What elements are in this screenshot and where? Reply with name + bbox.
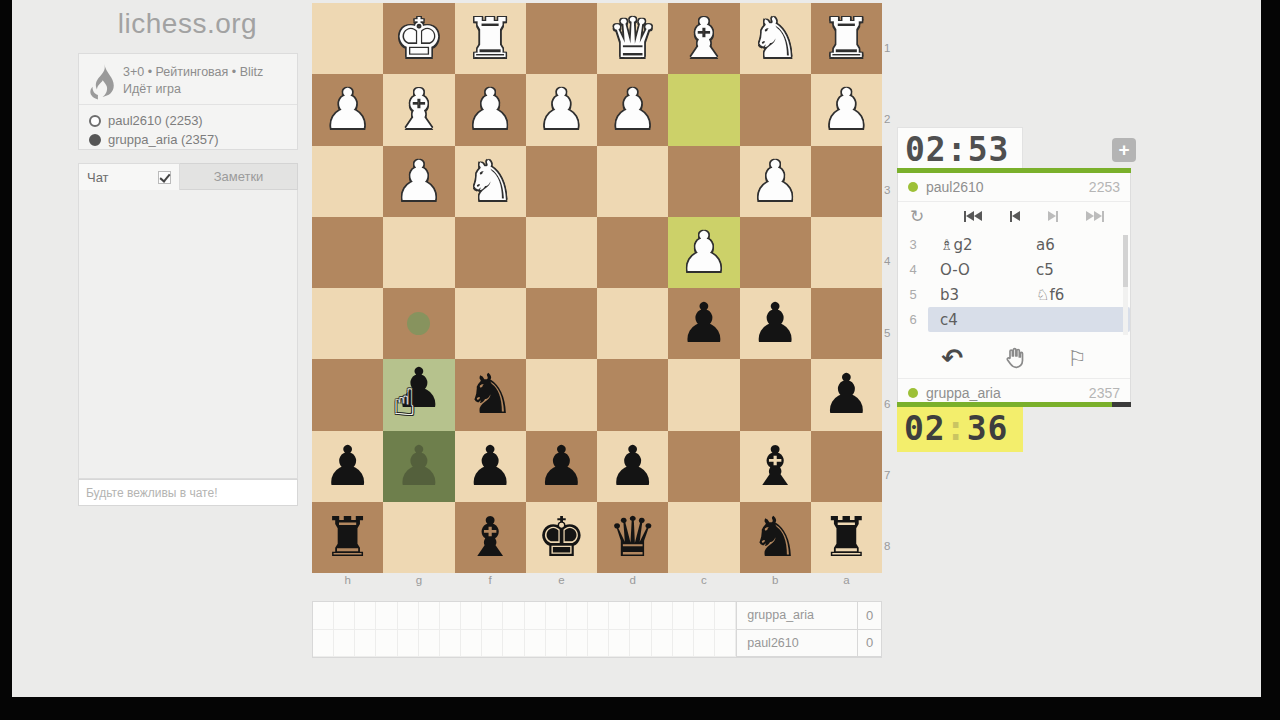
square-c2[interactable] <box>668 74 739 145</box>
score-cell <box>313 630 334 658</box>
move-number: 4 <box>898 262 928 277</box>
white-pawn[interactable]: ♟ <box>811 74 882 145</box>
square-c5[interactable]: ♟ <box>668 288 739 359</box>
square-e6[interactable] <box>526 359 597 430</box>
square-f5[interactable] <box>455 288 526 359</box>
white-knight[interactable]: ♞ <box>455 146 526 217</box>
square-b2[interactable] <box>740 74 811 145</box>
score-cell <box>525 630 546 658</box>
move-row-4: 4O-Oc5 <box>898 257 1130 282</box>
square-g4[interactable] <box>383 217 454 288</box>
sheet-player-white: paul2610 <box>737 630 857 658</box>
rank-label-1: 1 <box>884 24 898 54</box>
square-h2[interactable]: ♟ <box>312 74 383 145</box>
move-black[interactable]: c5 <box>1024 261 1120 279</box>
rank-label-7: 7 <box>884 451 898 481</box>
resign-flag-button[interactable]: ⚐ <box>1067 346 1087 371</box>
next-move-button[interactable] <box>1048 211 1059 222</box>
score-cell <box>355 630 376 658</box>
square-h1[interactable] <box>312 3 383 74</box>
black-rook[interactable]: ♜ <box>312 502 383 573</box>
square-d3[interactable] <box>597 146 668 217</box>
video-letterbox-left <box>0 0 12 720</box>
move-black[interactable]: ♘f6 <box>1024 286 1120 304</box>
white-rook[interactable]: ♜ <box>811 3 882 74</box>
black-pawn[interactable]: ♟ <box>526 431 597 502</box>
square-a8[interactable]: ♜ <box>811 502 882 573</box>
square-b8[interactable]: ♞ <box>740 502 811 573</box>
first-move-button[interactable] <box>964 211 983 222</box>
square-e4[interactable] <box>526 217 597 288</box>
black-knight[interactable]: ♞ <box>455 359 526 430</box>
score-cell <box>673 602 694 630</box>
black-king[interactable]: ♚ <box>526 502 597 573</box>
square-h7[interactable]: ♟ <box>312 431 383 502</box>
square-a4[interactable] <box>811 217 882 288</box>
player-bottom-name: gruppa_aria <box>926 385 1001 401</box>
online-dot-icon <box>908 182 918 192</box>
chess-board[interactable]: ♚♜♛♝♞♜♟♝♟♟♟♟♟♞♟♟♟♟♞♟♟♟♟♟♟♝♜♝♚♛♞♜ <box>312 3 882 573</box>
square-h3[interactable] <box>312 146 383 217</box>
move-white[interactable]: c4 <box>928 311 1024 329</box>
chat-input[interactable] <box>78 479 298 506</box>
square-e5[interactable] <box>526 288 597 359</box>
score-cell <box>482 630 503 658</box>
square-a7[interactable] <box>811 431 882 502</box>
black-bishop[interactable]: ♝ <box>455 502 526 573</box>
score-cell <box>376 602 397 630</box>
move-black[interactable]: a6 <box>1024 236 1120 254</box>
score-cell <box>525 602 546 630</box>
chat-toggle-checkbox[interactable] <box>158 171 171 184</box>
square-c7[interactable] <box>668 431 739 502</box>
square-a6[interactable]: ♟ <box>811 359 882 430</box>
square-e7[interactable]: ♟ <box>526 431 597 502</box>
square-f1[interactable]: ♜ <box>455 3 526 74</box>
rank-label-4: 4 <box>884 237 898 267</box>
square-c1[interactable]: ♝ <box>668 3 739 74</box>
white-pawn[interactable]: ♟ <box>740 146 811 217</box>
tab-notes[interactable]: Заметки <box>180 163 298 190</box>
square-e1[interactable] <box>526 3 597 74</box>
score-cell <box>398 630 419 658</box>
score-cell <box>694 602 715 630</box>
score-cell <box>630 602 651 630</box>
file-label-b: b <box>740 574 811 586</box>
score-cell <box>567 630 588 658</box>
score-cell <box>588 630 609 658</box>
score-cell <box>398 602 419 630</box>
square-g3[interactable]: ♟ <box>383 146 454 217</box>
rank-label-8: 8 <box>884 522 898 552</box>
online-dot-icon <box>908 388 918 398</box>
score-cell <box>588 602 609 630</box>
white-pawn[interactable]: ♟ <box>383 146 454 217</box>
square-g1[interactable]: ♚ <box>383 3 454 74</box>
black-queen[interactable]: ♛ <box>597 502 668 573</box>
score-cell <box>715 630 736 658</box>
square-g6[interactable] <box>383 359 454 430</box>
score-cell <box>334 630 355 658</box>
score-sheet-grid <box>313 602 736 657</box>
square-g8[interactable] <box>383 502 454 573</box>
square-b7[interactable]: ♝ <box>740 431 811 502</box>
square-f7[interactable]: ♟ <box>455 431 526 502</box>
white-bishop[interactable]: ♝ <box>383 74 454 145</box>
square-e3[interactable] <box>526 146 597 217</box>
white-bishop[interactable]: ♝ <box>668 3 739 74</box>
square-h6[interactable] <box>312 359 383 430</box>
square-e8[interactable]: ♚ <box>526 502 597 573</box>
score-cell <box>376 630 397 658</box>
square-b1[interactable]: ♞ <box>740 3 811 74</box>
player-top-rating: 2253 <box>1089 179 1120 195</box>
takeback-button[interactable]: ↶ <box>941 348 963 368</box>
game-mode-text: 3+0 • Рейтинговая • Blitz <box>123 54 297 79</box>
score-cell <box>461 630 482 658</box>
rank-label-6: 6 <box>884 380 898 410</box>
square-f3[interactable]: ♞ <box>455 146 526 217</box>
square-h4[interactable] <box>312 217 383 288</box>
file-label-f: f <box>455 574 526 586</box>
score-cell <box>630 630 651 658</box>
video-letterbox-bottom <box>0 697 1280 720</box>
time-bar-black-empty <box>1112 402 1131 407</box>
sheet-score-black: 0 <box>858 602 881 630</box>
square-g7[interactable]: ♟ <box>383 431 454 502</box>
black-pawn[interactable]: ♟ <box>312 431 383 502</box>
score-cell <box>503 630 524 658</box>
white-pawn[interactable]: ♟ <box>597 74 668 145</box>
black-pawn[interactable]: ♟ <box>597 431 668 502</box>
square-e2[interactable]: ♟ <box>526 74 597 145</box>
score-cell <box>419 602 440 630</box>
square-h5[interactable] <box>312 288 383 359</box>
white-pawn[interactable]: ♟ <box>526 74 597 145</box>
square-b6[interactable] <box>740 359 811 430</box>
score-cell <box>419 630 440 658</box>
square-d2[interactable]: ♟ <box>597 74 668 145</box>
video-letterbox-right <box>1261 0 1280 720</box>
score-cell <box>461 602 482 630</box>
score-cell <box>546 630 567 658</box>
score-cell <box>355 602 376 630</box>
game-status-text: Идёт игра <box>123 79 297 96</box>
score-cell <box>440 602 461 630</box>
move-number: 5 <box>898 287 928 302</box>
score-cell <box>694 630 715 658</box>
move-white[interactable]: b3 <box>928 286 1024 304</box>
square-c8[interactable] <box>668 502 739 573</box>
file-label-e: e <box>526 574 597 586</box>
file-label-d: d <box>597 574 668 586</box>
square-c6[interactable] <box>668 359 739 430</box>
game-info-panel: 3+0 • Рейтинговая • Blitz Идёт игра paul… <box>78 53 298 150</box>
rank-label-3: 3 <box>884 166 898 196</box>
black-pawn[interactable]: ♟ <box>811 359 882 430</box>
white-pawn[interactable]: ♟ <box>455 74 526 145</box>
player-top-name: paul2610 <box>926 179 984 195</box>
square-a1[interactable]: ♜ <box>811 3 882 74</box>
game-side-panel: paul2610 2253 ↻ 3♗g2a64O-Oc55b3♘f66c4 ↶ … <box>897 173 1131 402</box>
sheet-player-black: gruppa_aria <box>737 602 857 630</box>
square-b5[interactable]: ♟ <box>740 288 811 359</box>
score-sheet: gruppa_aria paul2610 0 0 <box>312 601 882 658</box>
black-bishop[interactable]: ♝ <box>740 431 811 502</box>
square-f4[interactable] <box>455 217 526 288</box>
square-c4[interactable]: ♟ <box>668 217 739 288</box>
flip-board-icon[interactable]: ↻ <box>910 206 950 226</box>
file-coordinates: hgfedcba <box>312 574 882 586</box>
white-queen[interactable]: ♛ <box>597 3 668 74</box>
square-b3[interactable]: ♟ <box>740 146 811 217</box>
black-color-icon <box>89 134 101 146</box>
score-cell <box>313 602 334 630</box>
move-row-6: 6c4 <box>898 307 1130 332</box>
clock-black-active: 02:36 <box>897 407 1023 452</box>
square-a2[interactable]: ♟ <box>811 74 882 145</box>
move-number: 3 <box>898 237 928 252</box>
black-pawn[interactable]: ♟ <box>740 288 811 359</box>
move-list: 3♗g2a64O-Oc55b3♘f66c4 <box>898 230 1130 332</box>
white-rook[interactable]: ♜ <box>455 3 526 74</box>
score-cell <box>609 630 630 658</box>
square-d5[interactable] <box>597 288 668 359</box>
square-d4[interactable] <box>597 217 668 288</box>
square-b4[interactable] <box>740 217 811 288</box>
clock-white: 02:53 <box>897 127 1023 172</box>
score-cell <box>567 602 588 630</box>
chat-panel: Чат Заметки <box>78 163 298 507</box>
score-cell <box>440 630 461 658</box>
file-label-c: c <box>668 574 739 586</box>
white-knight[interactable]: ♞ <box>740 3 811 74</box>
move-row-5: 5b3♘f6 <box>898 282 1130 307</box>
square-h8[interactable]: ♜ <box>312 502 383 573</box>
move-list-scrollbar[interactable] <box>1123 235 1128 335</box>
score-cell <box>673 630 694 658</box>
white-pawn[interactable]: ♟ <box>312 74 383 145</box>
score-cell <box>652 602 673 630</box>
tab-chat[interactable]: Чат <box>78 163 180 190</box>
square-d1[interactable]: ♛ <box>597 3 668 74</box>
white-pawn[interactable]: ♟ <box>668 217 739 288</box>
file-label-a: a <box>811 574 882 586</box>
last-move-button[interactable] <box>1086 211 1105 222</box>
square-d6[interactable] <box>597 359 668 430</box>
black-pawn[interactable]: ♟ <box>383 431 454 502</box>
chat-messages-area <box>78 190 298 479</box>
move-white[interactable]: O-O <box>928 261 1024 279</box>
square-g5[interactable] <box>383 288 454 359</box>
file-label-h: h <box>312 574 383 586</box>
black-rook[interactable]: ♜ <box>811 502 882 573</box>
prev-move-button[interactable] <box>1010 211 1021 222</box>
black-pawn[interactable]: ♟ <box>668 288 739 359</box>
move-white[interactable]: ♗g2 <box>928 236 1024 254</box>
player-link-white[interactable]: paul2610 (2253) <box>89 111 297 130</box>
player-row-top[interactable]: paul2610 2253 <box>898 173 1130 201</box>
player-link-black[interactable]: gruppa_aria (2357) <box>89 130 297 149</box>
white-king[interactable]: ♚ <box>383 3 454 74</box>
draw-offer-hand-icon[interactable] <box>1003 346 1027 370</box>
square-c3[interactable] <box>668 146 739 217</box>
square-d7[interactable]: ♟ <box>597 431 668 502</box>
square-g2[interactable]: ♝ <box>383 74 454 145</box>
square-f8[interactable]: ♝ <box>455 502 526 573</box>
site-logo[interactable]: lichess.org <box>70 8 305 40</box>
sheet-score-white: 0 <box>858 630 881 658</box>
move-row-3: 3♗g2a6 <box>898 232 1130 257</box>
square-d8[interactable]: ♛ <box>597 502 668 573</box>
player-bottom-rating: 2357 <box>1089 385 1120 401</box>
divider <box>79 104 297 105</box>
black-knight[interactable]: ♞ <box>740 502 811 573</box>
score-cell <box>503 602 524 630</box>
rank-coordinates: 12345678 <box>884 3 898 573</box>
file-label-g: g <box>383 574 454 586</box>
move-destination-dot[interactable] <box>407 312 430 335</box>
score-cell <box>715 602 736 630</box>
black-pawn[interactable]: ♟ <box>455 431 526 502</box>
score-cell <box>546 602 567 630</box>
square-a3[interactable] <box>811 146 882 217</box>
rank-label-5: 5 <box>884 309 898 339</box>
score-cell <box>334 602 355 630</box>
add-time-button[interactable]: + <box>1112 138 1136 162</box>
square-a5[interactable] <box>811 288 882 359</box>
white-color-icon <box>89 115 101 127</box>
rank-label-2: 2 <box>884 95 898 125</box>
score-cell <box>652 630 673 658</box>
blitz-flame-icon <box>87 64 119 102</box>
score-cell <box>482 602 503 630</box>
score-cell <box>609 602 630 630</box>
square-f6[interactable]: ♞ <box>455 359 526 430</box>
square-f2[interactable]: ♟ <box>455 74 526 145</box>
move-number: 6 <box>898 312 928 327</box>
